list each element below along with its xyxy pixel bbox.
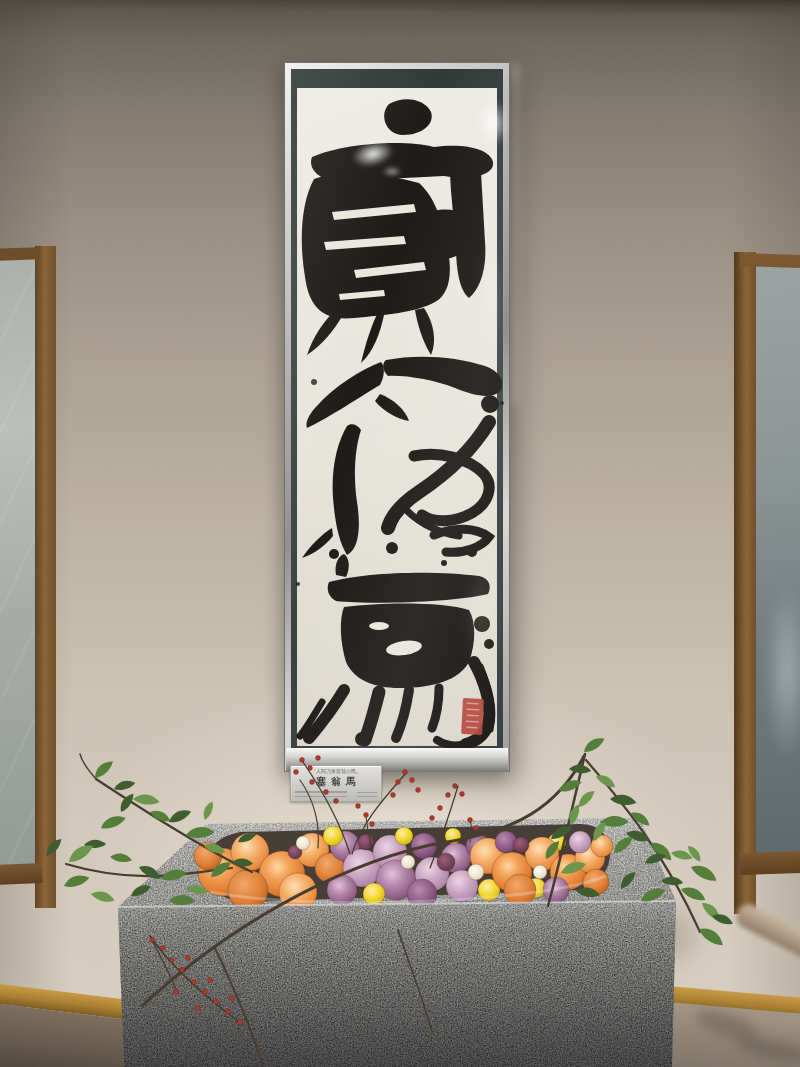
plaque-title: 塞翁馬	[291, 775, 381, 788]
left-wood-frame-bottom	[0, 863, 42, 885]
right-door-panel	[734, 252, 800, 914]
wall-highlight	[510, 64, 519, 404]
right-wood-frame-bottom	[740, 851, 800, 875]
plaque-header: 「人間万事塞翁が馬」	[291, 768, 381, 775]
left-wood-frame	[35, 246, 56, 908]
right-wood-frame	[734, 252, 756, 914]
left-wood-frame-top	[0, 247, 40, 261]
light-reflection	[486, 232, 498, 362]
light-reflection	[478, 100, 508, 146]
photo-scene: 「人間万事塞翁が馬」 塞翁馬	[0, 0, 800, 1067]
leaf-shadow-wall	[616, 898, 712, 974]
plaque-fine-print	[295, 791, 347, 800]
caption-plaque: 「人間万事塞翁が馬」 塞翁馬	[290, 765, 382, 802]
light-reflection	[382, 166, 402, 177]
right-frosted-glass	[756, 266, 800, 866]
left-glass-reflection	[0, 258, 36, 868]
left-door-panel	[0, 246, 56, 908]
framed-calligraphy-scroll	[284, 62, 510, 772]
right-wood-frame-top	[740, 253, 800, 268]
plaque-signature	[357, 792, 377, 798]
light-reflection	[468, 554, 496, 669]
